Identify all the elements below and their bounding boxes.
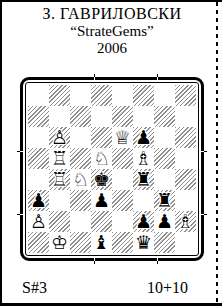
piece-glyph: ♖ [49, 169, 70, 190]
square-f3 [133, 190, 154, 211]
piece-glyph: ♜ [133, 169, 154, 190]
chessboard: ♟♙♛♕♟♟♜♖♞♘♝♗♜♖♞♘♚♚♜♜♟♟♟♟♜♜♟♙♟♟♟♟♝♗♚♔♝♝♛♛ [20, 77, 204, 261]
square-h8 [175, 85, 196, 106]
square-c7 [70, 106, 91, 127]
square-e3 [112, 190, 133, 211]
frame-joint-tick [157, 261, 158, 264]
frame-joint-gap [201, 151, 204, 152]
square-f2: ♟♟ [133, 211, 154, 232]
square-b8 [49, 85, 70, 106]
piece-glyph: ♟ [28, 190, 49, 211]
piece-glyph: ♝ [91, 232, 112, 253]
piece-black-pawn-d3: ♟♟ [91, 190, 112, 211]
piece-white-bishop-h2: ♝♗ [175, 211, 196, 232]
square-e2 [112, 211, 133, 232]
square-a8 [28, 85, 49, 106]
square-a4 [28, 169, 49, 190]
square-g7 [154, 106, 175, 127]
square-c4: ♞♘ [70, 169, 91, 190]
square-a5 [28, 148, 49, 169]
square-e5 [112, 148, 133, 169]
square-c5 [70, 148, 91, 169]
square-c1 [70, 232, 91, 253]
square-f5: ♝♗ [133, 148, 154, 169]
square-d5: ♞♘ [91, 148, 112, 169]
piece-glyph: ♗ [175, 211, 196, 232]
publication-year: 2006 [2, 40, 222, 57]
square-g5 [154, 148, 175, 169]
square-c3 [70, 190, 91, 211]
piece-black-king-d4: ♚♚ [91, 169, 112, 190]
square-d8 [91, 85, 112, 106]
square-c6 [70, 127, 91, 148]
frame-joint-gap [94, 258, 95, 261]
piece-glyph: ♕ [112, 127, 133, 148]
piece-glyph: ♙ [49, 127, 70, 148]
square-h1 [175, 232, 196, 253]
square-g2: ♟♟ [154, 211, 175, 232]
square-e8 [112, 85, 133, 106]
square-a2: ♟♙ [28, 211, 49, 232]
frame-joint-gap [157, 77, 158, 80]
piece-white-bishop-f5: ♝♗ [133, 148, 154, 169]
board-frame: ♟♙♛♕♟♟♜♖♞♘♝♗♜♖♞♘♚♚♜♜♟♟♟♟♜♜♟♙♟♟♟♟♝♗♚♔♝♝♛♛ [20, 77, 204, 261]
square-b3 [49, 190, 70, 211]
square-g8 [154, 85, 175, 106]
square-b7 [49, 106, 70, 127]
frame-joint-gap [20, 214, 23, 215]
square-c2 [70, 211, 91, 232]
problem-header: З. ГАВРИЛОВСКИ “StrateGems” 2006 [2, 2, 222, 57]
square-a3: ♟♟ [28, 190, 49, 211]
square-g3: ♜♜ [154, 190, 175, 211]
piece-glyph: ♘ [91, 148, 112, 169]
square-b1: ♚♔ [49, 232, 70, 253]
square-b6: ♟♙ [49, 127, 70, 148]
square-f7 [133, 106, 154, 127]
piece-glyph: ♘ [70, 169, 91, 190]
piece-glyph: ♔ [49, 232, 70, 253]
square-e1 [112, 232, 133, 253]
piece-glyph: ♟ [133, 211, 154, 232]
square-f8 [133, 85, 154, 106]
piece-glyph: ♚ [91, 169, 112, 190]
piece-white-rook-b5: ♜♖ [49, 148, 70, 169]
stipulation-label: S#3 [22, 279, 47, 297]
page-cut-dashed-line [216, 2, 218, 303]
piece-white-rook-b4: ♜♖ [49, 169, 70, 190]
square-h4 [175, 169, 196, 190]
piece-glyph: ♙ [28, 211, 49, 232]
piece-white-knight-d5: ♞♘ [91, 148, 112, 169]
square-h7 [175, 106, 196, 127]
frame-joint-gap [201, 214, 204, 215]
square-e4 [112, 169, 133, 190]
piece-glyph: ♟ [154, 211, 175, 232]
piece-glyph: ♟ [133, 127, 154, 148]
square-d7 [91, 106, 112, 127]
square-a1 [28, 232, 49, 253]
square-g4 [154, 169, 175, 190]
piece-glyph: ♖ [49, 148, 70, 169]
frame-joint-tick [94, 261, 95, 264]
piece-glyph: ♜ [154, 190, 175, 211]
piece-white-queen-e6: ♛♕ [112, 127, 133, 148]
piece-black-rook-g3: ♜♜ [154, 190, 175, 211]
square-f4: ♜♜ [133, 169, 154, 190]
piece-black-pawn-a3: ♟♟ [28, 190, 49, 211]
piece-white-knight-c4: ♞♘ [70, 169, 91, 190]
board-inner-border: ♟♙♛♕♟♟♜♖♞♘♝♗♜♖♞♘♚♚♜♜♟♟♟♟♜♜♟♙♟♟♟♟♝♗♚♔♝♝♛♛ [25, 82, 199, 256]
piece-glyph: ♗ [133, 148, 154, 169]
printed-problem-page: З. ГАВРИЛОВСКИ “StrateGems” 2006 ♟♙♛♕♟♟♜… [0, 0, 222, 306]
square-d4: ♚♚ [91, 169, 112, 190]
piece-black-pawn-g2: ♟♟ [154, 211, 175, 232]
piece-white-pawn-a2: ♟♙ [28, 211, 49, 232]
square-h3 [175, 190, 196, 211]
frame-joint-gap [157, 258, 158, 261]
piece-glyph: ♟ [91, 190, 112, 211]
square-f6: ♟♟ [133, 127, 154, 148]
square-b5: ♜♖ [49, 148, 70, 169]
square-h6 [175, 127, 196, 148]
square-d6 [91, 127, 112, 148]
square-a7 [28, 106, 49, 127]
piece-white-pawn-b6: ♟♙ [49, 127, 70, 148]
piece-glyph: ♛ [133, 232, 154, 253]
frame-joint-gap [20, 151, 23, 152]
square-d3: ♟♟ [91, 190, 112, 211]
board-grid: ♟♙♛♕♟♟♜♖♞♘♝♗♜♖♞♘♚♚♜♜♟♟♟♟♜♜♟♙♟♟♟♟♝♗♚♔♝♝♛♛ [28, 85, 196, 253]
square-c8 [70, 85, 91, 106]
square-h5 [175, 148, 196, 169]
piece-black-queen-f1: ♛♛ [133, 232, 154, 253]
square-g1 [154, 232, 175, 253]
square-g6 [154, 127, 175, 148]
square-e7 [112, 106, 133, 127]
piece-black-pawn-f2: ♟♟ [133, 211, 154, 232]
problem-caption: S#3 10+10 [2, 279, 222, 297]
square-a6 [28, 127, 49, 148]
material-count-label: 10+10 [147, 279, 188, 297]
piece-black-pawn-f6: ♟♟ [133, 127, 154, 148]
square-e6: ♛♕ [112, 127, 133, 148]
square-d1: ♝♝ [91, 232, 112, 253]
square-b2 [49, 211, 70, 232]
frame-joint-tick [204, 214, 207, 215]
piece-black-bishop-d1: ♝♝ [91, 232, 112, 253]
piece-white-king-b1: ♚♔ [49, 232, 70, 253]
square-b4: ♜♖ [49, 169, 70, 190]
square-f1: ♛♛ [133, 232, 154, 253]
author-name: З. ГАВРИЛОВСКИ [2, 4, 222, 23]
square-h2: ♝♗ [175, 211, 196, 232]
frame-joint-gap [94, 77, 95, 80]
piece-black-rook-f4: ♜♜ [133, 169, 154, 190]
frame-joint-tick [204, 151, 207, 152]
source-title: “StrateGems” [2, 23, 222, 40]
square-d2 [91, 211, 112, 232]
